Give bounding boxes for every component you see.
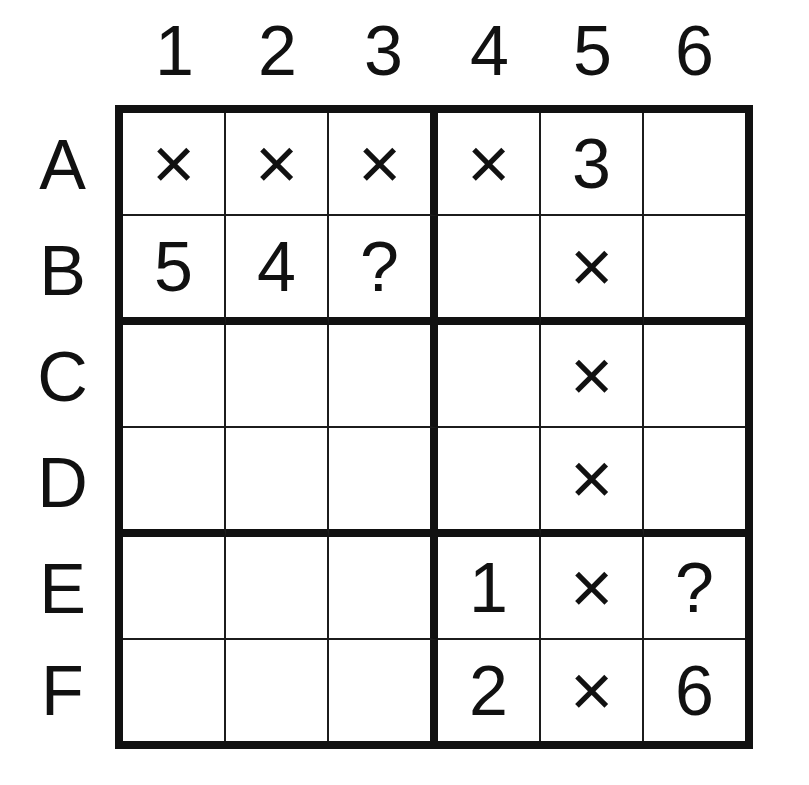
cell-C3[interactable]: [329, 325, 438, 428]
cell-D5[interactable]: ×: [541, 428, 644, 537]
cell-C5[interactable]: ×: [541, 325, 644, 428]
cell-C1[interactable]: [123, 325, 226, 428]
row-label-E: E: [10, 537, 115, 640]
row-label-D: D: [10, 428, 115, 537]
cell-D2[interactable]: [226, 428, 329, 537]
cell-E3[interactable]: [329, 537, 438, 640]
cell-D3[interactable]: [329, 428, 438, 537]
puzzle-page: 123456 ABCDEF ××××354?×××1×?2×6: [0, 0, 809, 785]
col-label-2: 2: [226, 2, 329, 100]
cell-B1[interactable]: 5: [123, 216, 226, 325]
cell-E1[interactable]: [123, 537, 226, 640]
col-label-1: 1: [123, 2, 226, 100]
cell-A1[interactable]: ×: [123, 113, 226, 216]
col-label-3: 3: [329, 2, 438, 100]
cell-F5[interactable]: ×: [541, 640, 644, 741]
column-labels: 123456: [123, 2, 745, 100]
cell-E4[interactable]: 1: [438, 537, 541, 640]
cell-C2[interactable]: [226, 325, 329, 428]
cell-A5[interactable]: 3: [541, 113, 644, 216]
row-label-F: F: [10, 640, 115, 741]
cell-D6[interactable]: [644, 428, 745, 537]
cell-E5[interactable]: ×: [541, 537, 644, 640]
cell-F4[interactable]: 2: [438, 640, 541, 741]
cell-D1[interactable]: [123, 428, 226, 537]
cell-A2[interactable]: ×: [226, 113, 329, 216]
row-label-A: A: [10, 113, 115, 216]
cell-A6[interactable]: [644, 113, 745, 216]
cell-B3[interactable]: ?: [329, 216, 438, 325]
cell-D4[interactable]: [438, 428, 541, 537]
cell-B4[interactable]: [438, 216, 541, 325]
cell-B5[interactable]: ×: [541, 216, 644, 325]
cell-F3[interactable]: [329, 640, 438, 741]
row-labels: ABCDEF: [10, 113, 115, 741]
cell-C4[interactable]: [438, 325, 541, 428]
cell-C6[interactable]: [644, 325, 745, 428]
row-label-C: C: [10, 325, 115, 428]
puzzle-grid: ××××354?×××1×?2×6: [115, 105, 753, 749]
col-label-4: 4: [438, 2, 541, 100]
row-label-B: B: [10, 216, 115, 325]
cell-A3[interactable]: ×: [329, 113, 438, 216]
cell-B6[interactable]: [644, 216, 745, 325]
cell-A4[interactable]: ×: [438, 113, 541, 216]
cell-E2[interactable]: [226, 537, 329, 640]
cell-B2[interactable]: 4: [226, 216, 329, 325]
col-label-6: 6: [644, 2, 745, 100]
col-label-5: 5: [541, 2, 644, 100]
cell-F2[interactable]: [226, 640, 329, 741]
cell-E6[interactable]: ?: [644, 537, 745, 640]
cell-F1[interactable]: [123, 640, 226, 741]
cell-F6[interactable]: 6: [644, 640, 745, 741]
